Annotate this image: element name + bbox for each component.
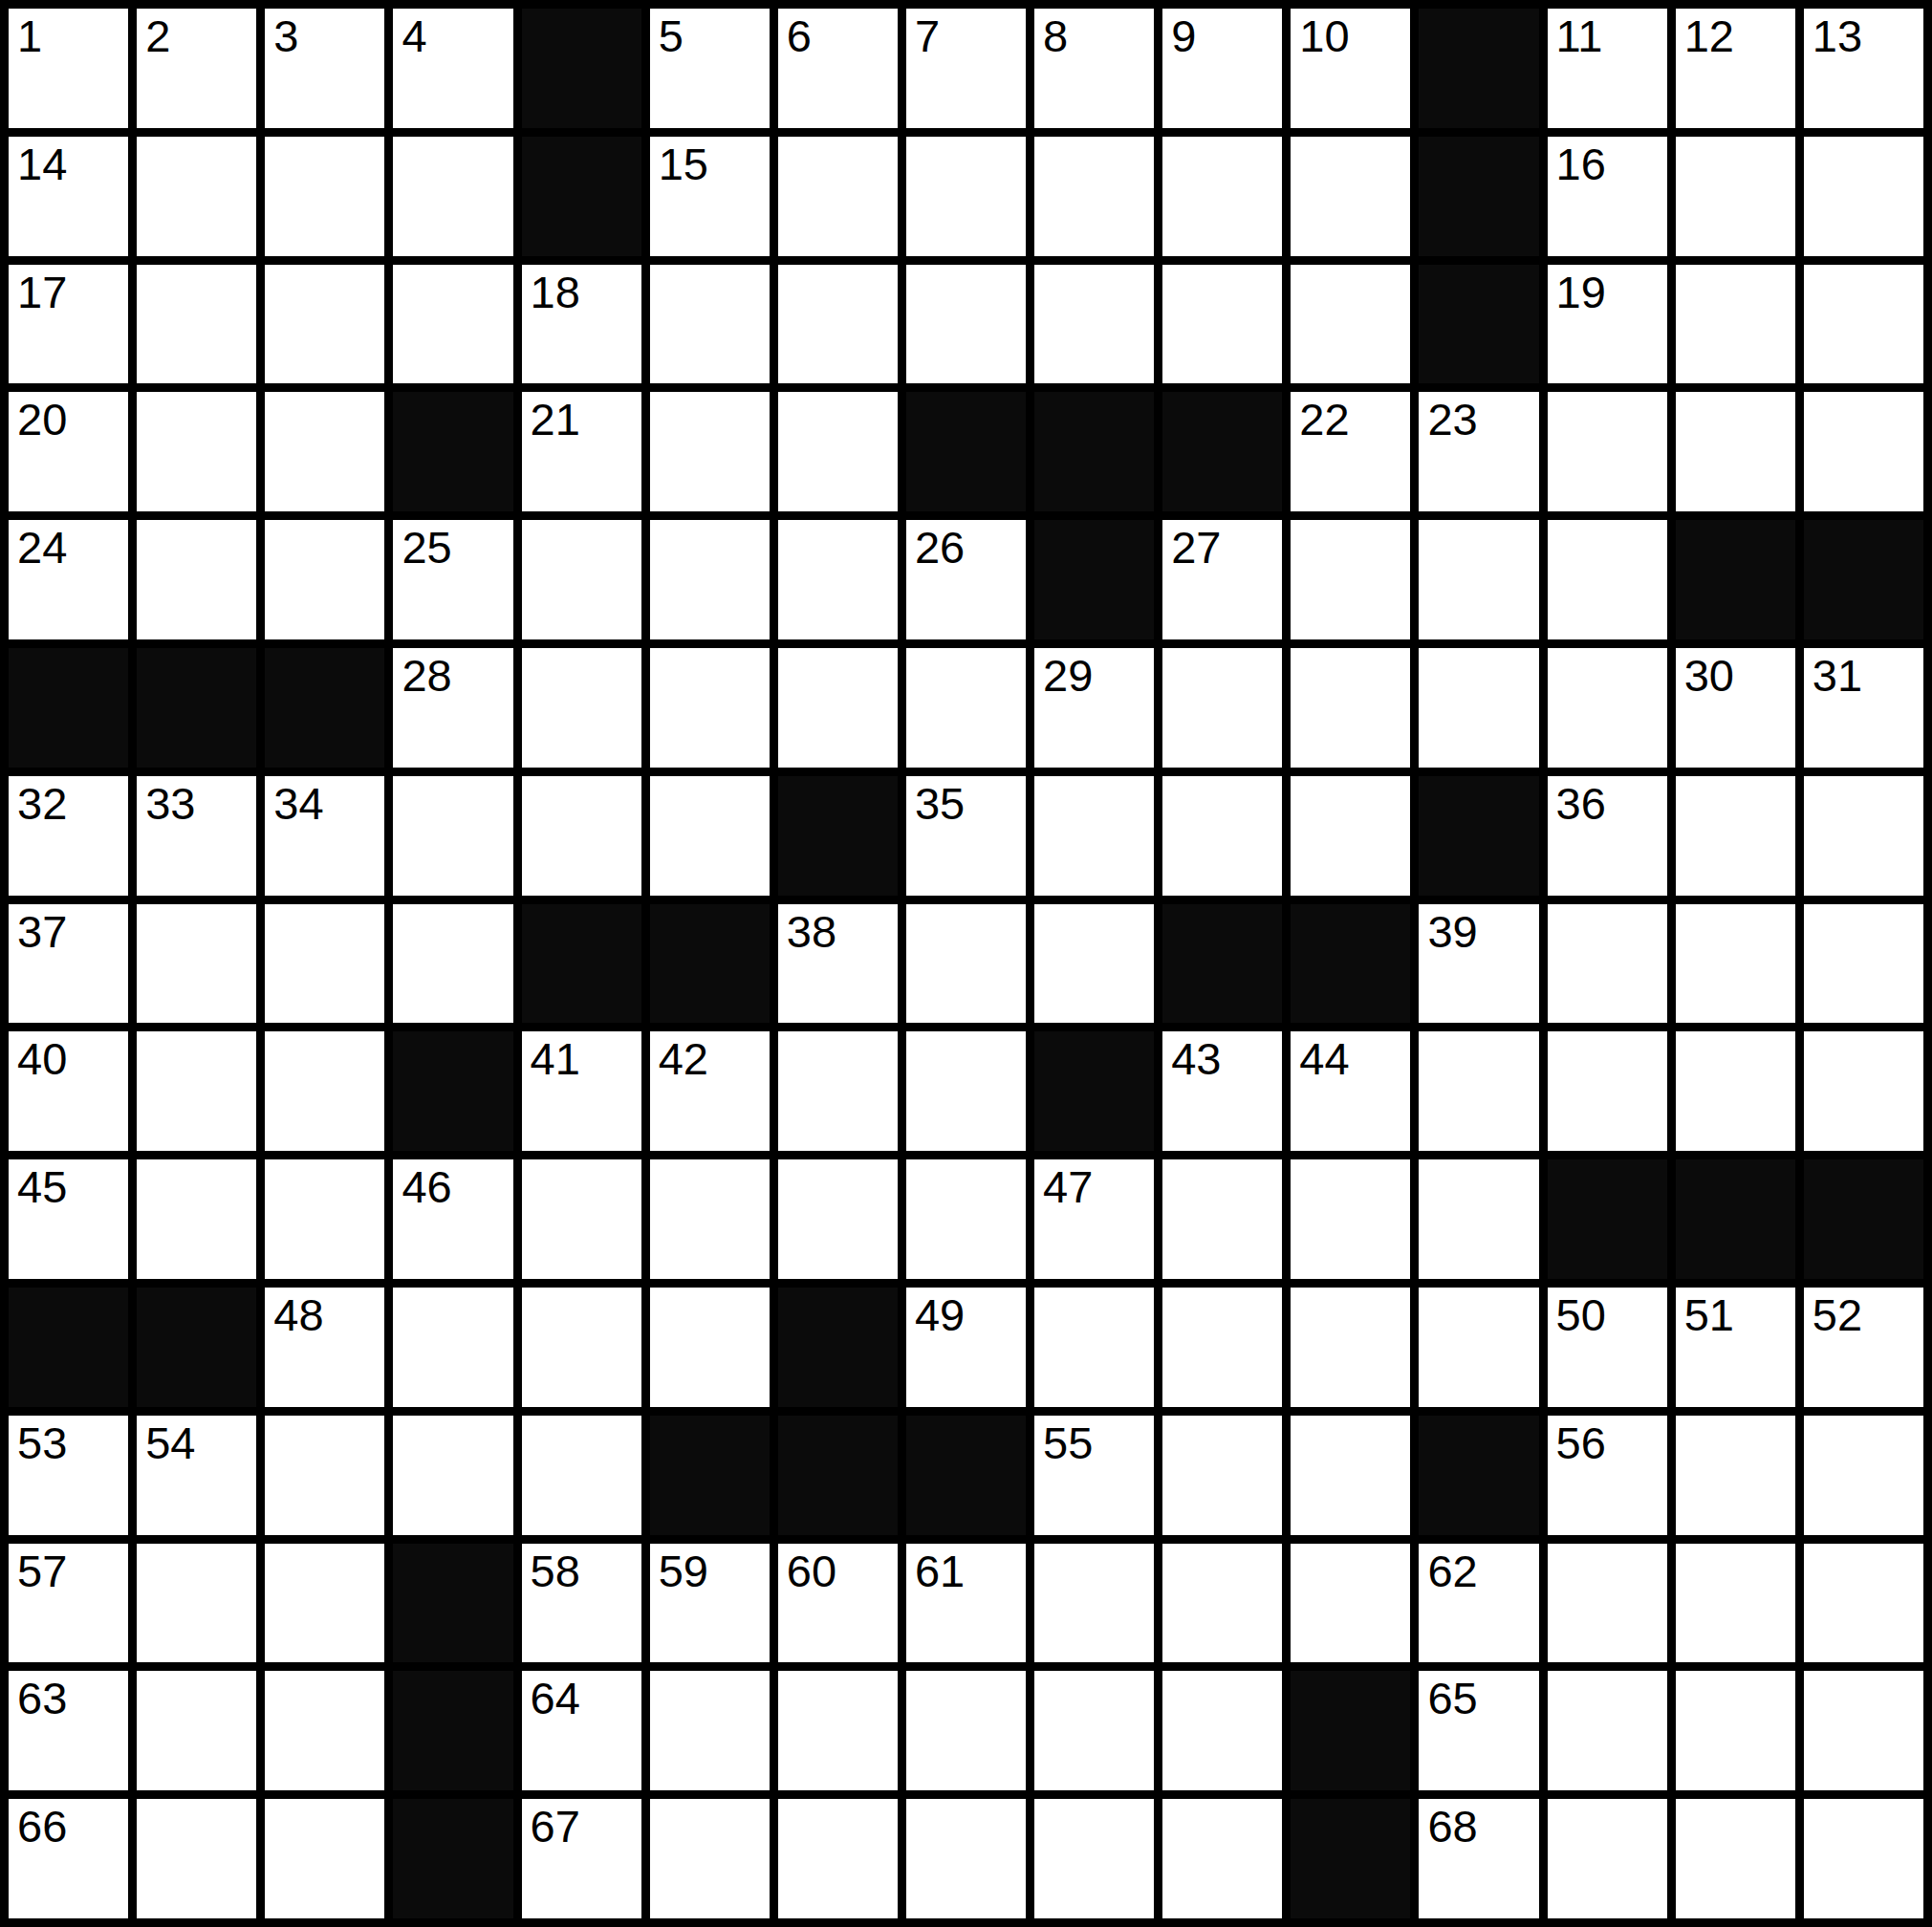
clue-number: 42 [659,1035,708,1082]
cell-r13-c15[interactable] [1804,1544,1923,1663]
clue-number: 50 [1556,1291,1606,1338]
clue-number: 38 [787,908,836,955]
cell-r3-c15[interactable] [1804,265,1923,384]
cell-r7-c1[interactable]: 32 [9,776,128,896]
cell-r10-c1[interactable]: 45 [9,1159,128,1279]
cell-r11-c12[interactable] [1419,1288,1538,1407]
cell-r11-c15[interactable]: 52 [1804,1288,1923,1407]
cell-r2-c10[interactable] [1162,137,1282,256]
cell-r5-c10[interactable]: 27 [1162,520,1282,639]
cell-r9-c13[interactable] [1548,1031,1667,1151]
clue-number: 20 [17,396,67,443]
cell-r8-c13[interactable] [1548,904,1667,1024]
cell-r1-c3[interactable]: 3 [265,9,384,128]
cell-r4-c11[interactable]: 22 [1291,392,1410,511]
cell-r13-c8[interactable]: 61 [906,1544,1026,1663]
cell-r1-c6[interactable]: 5 [650,9,770,128]
cell-r15-c13[interactable] [1548,1799,1667,1918]
cell-r13-c2[interactable] [137,1544,256,1663]
clue-number: 51 [1684,1291,1734,1338]
cell-r11-c4[interactable] [393,1288,512,1407]
clue-number: 44 [1299,1035,1349,1082]
clue-number: 24 [17,524,67,571]
cell-r6-c4[interactable]: 28 [393,648,512,768]
clue-number: 18 [531,269,580,315]
cell-r6-c8[interactable] [906,648,1026,768]
clue-number: 62 [1427,1548,1477,1594]
black-cell-r4-c4 [393,392,512,511]
cell-r9-c6[interactable]: 42 [650,1031,770,1151]
cell-r11-c11[interactable] [1291,1288,1410,1407]
cell-r1-c1[interactable]: 1 [9,9,128,128]
cell-r13-c9[interactable] [1034,1544,1154,1663]
clue-number: 40 [17,1035,67,1082]
cell-r8-c2[interactable] [137,904,256,1024]
cell-r1-c2[interactable]: 2 [137,9,256,128]
cell-r7-c3[interactable]: 34 [265,776,384,896]
black-cell-r10-c14 [1676,1159,1795,1279]
clue-number: 56 [1556,1419,1606,1466]
clue-number: 31 [1813,652,1862,699]
cell-r9-c7[interactable] [778,1031,898,1151]
cell-r14-c12[interactable]: 65 [1419,1671,1538,1790]
cell-r3-c10[interactable] [1162,265,1282,384]
clue-number: 28 [402,652,451,699]
clue-number: 47 [1043,1163,1093,1210]
cell-r5-c2[interactable] [137,520,256,639]
black-cell-r12-c6 [650,1416,770,1535]
cell-r1-c9[interactable]: 8 [1034,9,1154,128]
cell-r2-c8[interactable] [906,137,1026,256]
cell-r11-c9[interactable] [1034,1288,1154,1407]
black-cell-r5-c15 [1804,520,1923,639]
cell-r6-c6[interactable] [650,648,770,768]
cell-r9-c11[interactable]: 44 [1291,1031,1410,1151]
clue-number: 12 [1684,12,1734,59]
black-cell-r5-c9 [1034,520,1154,639]
cell-r5-c6[interactable] [650,520,770,639]
black-cell-r8-c5 [522,904,641,1024]
clue-number: 3 [273,12,298,59]
clue-number: 10 [1299,12,1349,59]
clue-number: 11 [1556,12,1603,59]
cell-r11-c8[interactable]: 49 [906,1288,1026,1407]
clue-number: 26 [915,524,965,571]
cell-r9-c10[interactable]: 43 [1162,1031,1282,1151]
black-cell-r13-c4 [393,1544,512,1663]
cell-r4-c13[interactable] [1548,392,1667,511]
cell-r2-c7[interactable] [778,137,898,256]
cell-r2-c9[interactable] [1034,137,1154,256]
cell-r1-c11[interactable]: 10 [1291,9,1410,128]
cell-r8-c3[interactable] [265,904,384,1024]
black-cell-r14-c4 [393,1671,512,1790]
clue-number: 13 [1813,12,1862,59]
cell-r8-c12[interactable]: 39 [1419,904,1538,1024]
cell-r5-c5[interactable] [522,520,641,639]
black-cell-r12-c7 [778,1416,898,1535]
cell-r15-c7[interactable] [778,1799,898,1918]
clue-number: 8 [1043,12,1068,59]
black-cell-r10-c13 [1548,1159,1667,1279]
black-cell-r8-c10 [1162,904,1282,1024]
cell-r9-c8[interactable] [906,1031,1026,1151]
clue-number: 33 [145,780,195,827]
cell-r7-c13[interactable]: 36 [1548,776,1667,896]
black-cell-r11-c1 [9,1288,128,1407]
cell-r8-c1[interactable]: 37 [9,904,128,1024]
clue-number: 15 [659,141,708,187]
cell-r9-c1[interactable]: 40 [9,1031,128,1151]
cell-r10-c7[interactable] [778,1159,898,1279]
black-cell-r8-c6 [650,904,770,1024]
cell-r14-c5[interactable]: 64 [522,1671,641,1790]
cell-r11-c5[interactable] [522,1288,641,1407]
cell-r12-c15[interactable] [1804,1416,1923,1535]
cell-r8-c7[interactable]: 38 [778,904,898,1024]
black-cell-r6-c1 [9,648,128,768]
cell-r7-c11[interactable] [1291,776,1410,896]
cell-r14-c8[interactable] [906,1671,1026,1790]
cell-r5-c4[interactable]: 25 [393,520,512,639]
clue-number: 37 [17,908,67,955]
cell-r2-c2[interactable] [137,137,256,256]
cell-r13-c1[interactable]: 57 [9,1544,128,1663]
clue-number: 60 [787,1548,836,1594]
cell-r7-c6[interactable] [650,776,770,896]
cell-r5-c8[interactable]: 26 [906,520,1026,639]
clue-number: 21 [531,396,580,443]
cell-r11-c13[interactable]: 50 [1548,1288,1667,1407]
cell-r6-c5[interactable] [522,648,641,768]
cell-r10-c5[interactable] [522,1159,641,1279]
cell-r10-c4[interactable]: 46 [393,1159,512,1279]
clue-number: 48 [273,1291,323,1338]
clue-number: 64 [531,1675,580,1721]
cell-r7-c8[interactable]: 35 [906,776,1026,896]
clue-number: 45 [17,1163,67,1210]
clue-number: 52 [1813,1291,1862,1338]
cell-r9-c15[interactable] [1804,1031,1923,1151]
black-cell-r15-c11 [1291,1799,1410,1918]
cell-r9-c3[interactable] [265,1031,384,1151]
cell-r12-c3[interactable] [265,1416,384,1535]
cell-r3-c8[interactable] [906,265,1026,384]
cell-r15-c2[interactable] [137,1799,256,1918]
cell-r7-c15[interactable] [1804,776,1923,896]
cell-r2-c4[interactable] [393,137,512,256]
clue-number: 67 [531,1803,580,1850]
cell-r7-c10[interactable] [1162,776,1282,896]
cell-r2-c3[interactable] [265,137,384,256]
cell-r1-c10[interactable]: 9 [1162,9,1282,128]
cell-r13-c6[interactable]: 59 [650,1544,770,1663]
cell-r14-c2[interactable] [137,1671,256,1790]
cell-r12-c13[interactable]: 56 [1548,1416,1667,1535]
cell-r12-c9[interactable]: 55 [1034,1416,1154,1535]
cell-r4-c15[interactable] [1804,392,1923,511]
cell-r7-c2[interactable]: 33 [137,776,256,896]
cell-r4-c7[interactable] [778,392,898,511]
cell-r12-c1[interactable]: 53 [9,1416,128,1535]
black-cell-r1-c5 [522,9,641,128]
cell-r13-c11[interactable] [1291,1544,1410,1663]
cell-r4-c6[interactable] [650,392,770,511]
cell-r1-c14[interactable]: 12 [1676,9,1795,128]
cell-r12-c5[interactable] [522,1416,641,1535]
cell-r14-c7[interactable] [778,1671,898,1790]
cell-r9-c14[interactable] [1676,1031,1795,1151]
black-cell-r12-c8 [906,1416,1026,1535]
clue-number: 63 [17,1675,67,1721]
cell-r10-c6[interactable] [650,1159,770,1279]
cell-r1-c13[interactable]: 11 [1548,9,1667,128]
cell-r14-c6[interactable] [650,1671,770,1790]
cell-r15-c10[interactable] [1162,1799,1282,1918]
cell-r9-c5[interactable]: 41 [522,1031,641,1151]
cell-r3-c5[interactable]: 18 [522,265,641,384]
clue-number: 5 [659,12,684,59]
cell-r2-c13[interactable]: 16 [1548,137,1667,256]
cell-r7-c5[interactable] [522,776,641,896]
black-cell-r4-c8 [906,392,1026,511]
black-cell-r12-c12 [1419,1416,1538,1535]
cell-r15-c14[interactable] [1676,1799,1795,1918]
cell-r13-c3[interactable] [265,1544,384,1663]
cell-r4-c14[interactable] [1676,392,1795,511]
cell-r12-c2[interactable]: 54 [137,1416,256,1535]
black-cell-r3-c12 [1419,265,1538,384]
cell-r13-c13[interactable] [1548,1544,1667,1663]
black-cell-r11-c2 [137,1288,256,1407]
cell-r5-c12[interactable] [1419,520,1538,639]
clue-number: 58 [531,1548,580,1594]
cell-r11-c3[interactable]: 48 [265,1288,384,1407]
clue-number: 2 [145,12,170,59]
black-cell-r5-c14 [1676,520,1795,639]
cell-r8-c9[interactable] [1034,904,1154,1024]
clue-number: 14 [17,141,67,187]
cell-r15-c6[interactable] [650,1799,770,1918]
cell-r9-c2[interactable] [137,1031,256,1151]
cell-r14-c10[interactable] [1162,1671,1282,1790]
cell-r12-c10[interactable] [1162,1416,1282,1535]
cell-r14-c14[interactable] [1676,1671,1795,1790]
clue-number: 68 [1427,1803,1477,1850]
cell-r7-c4[interactable] [393,776,512,896]
cell-r1-c15[interactable]: 13 [1804,9,1923,128]
clue-number: 17 [17,269,67,315]
clue-number: 34 [273,780,323,827]
black-cell-r9-c9 [1034,1031,1154,1151]
cell-r15-c1[interactable]: 66 [9,1799,128,1918]
cell-r3-c2[interactable] [137,265,256,384]
cell-r3-c1[interactable]: 17 [9,265,128,384]
black-cell-r15-c4 [393,1799,512,1918]
clue-number: 59 [659,1548,708,1594]
clue-number: 61 [915,1548,965,1594]
cell-r13-c5[interactable]: 58 [522,1544,641,1663]
clue-number: 25 [402,524,451,571]
clue-number: 7 [915,12,940,59]
black-cell-r2-c5 [522,137,641,256]
cell-r4-c2[interactable] [137,392,256,511]
cell-r6-c15[interactable]: 31 [1804,648,1923,768]
black-cell-r7-c12 [1419,776,1538,896]
cell-r3-c4[interactable] [393,265,512,384]
black-cell-r6-c2 [137,648,256,768]
cell-r3-c14[interactable] [1676,265,1795,384]
clue-number: 39 [1427,908,1477,955]
cell-r5-c13[interactable] [1548,520,1667,639]
black-cell-r7-c7 [778,776,898,896]
clue-number: 16 [1556,141,1606,187]
black-cell-r2-c12 [1419,137,1538,256]
black-cell-r1-c12 [1419,9,1538,128]
cell-r2-c15[interactable] [1804,137,1923,256]
clue-number: 35 [915,780,965,827]
cell-r8-c4[interactable] [393,904,512,1024]
cell-r14-c9[interactable] [1034,1671,1154,1790]
cell-r5-c11[interactable] [1291,520,1410,639]
cell-r6-c14[interactable]: 30 [1676,648,1795,768]
clue-number: 1 [17,12,42,59]
black-cell-r6-c3 [265,648,384,768]
cell-r1-c7[interactable]: 6 [778,9,898,128]
cell-r10-c3[interactable] [265,1159,384,1279]
cell-r13-c10[interactable] [1162,1544,1282,1663]
clue-number: 36 [1556,780,1606,827]
cell-r3-c9[interactable] [1034,265,1154,384]
cell-r3-c3[interactable] [265,265,384,384]
clue-number: 53 [17,1419,67,1466]
cell-r14-c13[interactable] [1548,1671,1667,1790]
cell-r1-c8[interactable]: 7 [906,9,1026,128]
black-cell-r11-c7 [778,1288,898,1407]
cell-r14-c15[interactable] [1804,1671,1923,1790]
cell-r8-c15[interactable] [1804,904,1923,1024]
cell-r15-c3[interactable] [265,1799,384,1918]
cell-r10-c9[interactable]: 47 [1034,1159,1154,1279]
cell-r15-c9[interactable] [1034,1799,1154,1918]
cell-r10-c11[interactable] [1291,1159,1410,1279]
clue-number: 22 [1299,396,1349,443]
cell-r8-c8[interactable] [906,904,1026,1024]
cell-r5-c7[interactable] [778,520,898,639]
clue-number: 30 [1684,652,1734,699]
cell-r6-c13[interactable] [1548,648,1667,768]
cell-r3-c13[interactable]: 19 [1548,265,1667,384]
cell-r13-c7[interactable]: 60 [778,1544,898,1663]
black-cell-r10-c15 [1804,1159,1923,1279]
cell-r11-c14[interactable]: 51 [1676,1288,1795,1407]
clue-number: 6 [787,12,812,59]
clue-number: 29 [1043,652,1093,699]
cell-r3-c7[interactable] [778,265,898,384]
black-cell-r9-c4 [393,1031,512,1151]
clue-number: 65 [1427,1675,1477,1721]
clue-number: 46 [402,1163,451,1210]
cell-r7-c9[interactable] [1034,776,1154,896]
cell-r6-c10[interactable] [1162,648,1282,768]
cell-r13-c12[interactable]: 62 [1419,1544,1538,1663]
cell-r12-c4[interactable] [393,1416,512,1535]
cell-r10-c2[interactable] [137,1159,256,1279]
cell-r4-c3[interactable] [265,392,384,511]
cell-r2-c14[interactable] [1676,137,1795,256]
black-cell-r8-c11 [1291,904,1410,1024]
black-cell-r14-c11 [1291,1671,1410,1790]
cell-r15-c12[interactable]: 68 [1419,1799,1538,1918]
clue-number: 4 [402,12,426,59]
cell-r5-c3[interactable] [265,520,384,639]
cell-r12-c11[interactable] [1291,1416,1410,1535]
cell-r6-c11[interactable] [1291,648,1410,768]
black-cell-r4-c9 [1034,392,1154,511]
cell-r12-c14[interactable] [1676,1416,1795,1535]
cell-r9-c12[interactable] [1419,1031,1538,1151]
cell-r4-c5[interactable]: 21 [522,392,641,511]
clue-number: 41 [531,1035,580,1082]
cell-r4-c12[interactable]: 23 [1419,392,1538,511]
cell-r8-c14[interactable] [1676,904,1795,1024]
crossword-grid: 1234567891011121314151617181920212223242… [0,0,1932,1927]
cell-r6-c7[interactable] [778,648,898,768]
clue-number: 19 [1556,269,1606,315]
clue-number: 32 [17,780,67,827]
cell-r14-c3[interactable] [265,1671,384,1790]
clue-number: 55 [1043,1419,1093,1466]
cell-r6-c12[interactable] [1419,648,1538,768]
cell-r15-c15[interactable] [1804,1799,1923,1918]
cell-r15-c5[interactable]: 67 [522,1799,641,1918]
cell-r15-c8[interactable] [906,1799,1026,1918]
cell-r2-c1[interactable]: 14 [9,137,128,256]
cell-r1-c4[interactable]: 4 [393,9,512,128]
cell-r5-c1[interactable]: 24 [9,520,128,639]
cell-r6-c9[interactable]: 29 [1034,648,1154,768]
cell-r4-c1[interactable]: 20 [9,392,128,511]
clue-number: 27 [1171,524,1221,571]
clue-number: 49 [915,1291,965,1338]
clue-number: 66 [17,1803,67,1850]
clue-number: 57 [17,1548,67,1594]
cell-r3-c6[interactable] [650,265,770,384]
cell-r14-c1[interactable]: 63 [9,1671,128,1790]
cell-r7-c14[interactable] [1676,776,1795,896]
cell-r2-c11[interactable] [1291,137,1410,256]
cell-r2-c6[interactable]: 15 [650,137,770,256]
clue-number: 9 [1171,12,1196,59]
cell-r11-c10[interactable] [1162,1288,1282,1407]
cell-r10-c12[interactable] [1419,1159,1538,1279]
cell-r3-c11[interactable] [1291,265,1410,384]
clue-number: 54 [145,1419,195,1466]
clue-number: 23 [1427,396,1477,443]
cell-r10-c8[interactable] [906,1159,1026,1279]
clue-number: 43 [1171,1035,1221,1082]
cell-r10-c10[interactable] [1162,1159,1282,1279]
black-cell-r4-c10 [1162,392,1282,511]
cell-r11-c6[interactable] [650,1288,770,1407]
cell-r13-c14[interactable] [1676,1544,1795,1663]
